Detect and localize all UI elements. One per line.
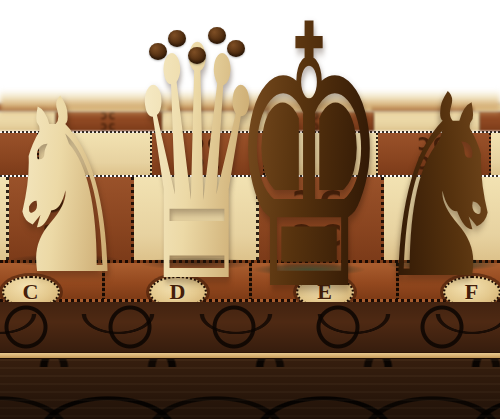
queen-crown-ball	[208, 27, 226, 44]
knight-glyph: ♞	[373, 62, 500, 314]
queen-crown-ball	[188, 47, 206, 64]
queen-crown-balls	[149, 27, 245, 79]
king-finial	[297, 1, 321, 37]
queen-crown-ball	[149, 43, 167, 60]
queen-crown-ball	[227, 40, 245, 57]
dark-knight-piece: ♞	[330, 62, 500, 264]
queen-crown-ball	[168, 30, 186, 47]
chess-set-product-photo: ϽC ϽCϽC ϽCϽC ϽCϽC ϽCϽC ϽCϽC ϽCϽC ϽCϽC ϽC…	[0, 0, 500, 419]
